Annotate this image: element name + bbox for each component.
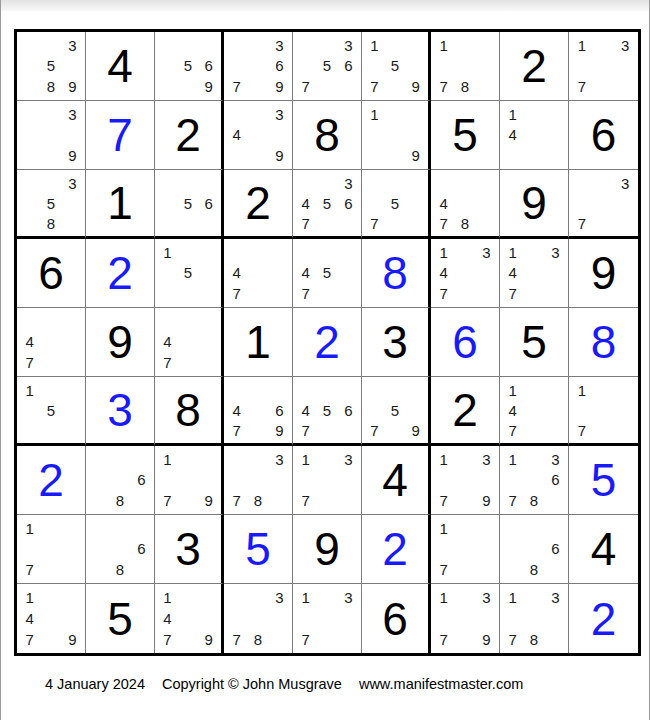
candidate-4 <box>433 608 454 629</box>
cell-r1c5[interactable]: 3567 <box>293 32 362 101</box>
candidate-3 <box>269 380 290 400</box>
candidate-9 <box>545 145 566 166</box>
candidate-8 <box>316 213 337 233</box>
candidate-7: 7 <box>433 76 454 97</box>
candidate-5: 5 <box>316 263 337 284</box>
footer-copyright: Copyright © John Musgrave <box>162 676 342 692</box>
candidate-1: 1 <box>502 380 523 400</box>
candidate-3 <box>198 242 219 263</box>
candidate-7: 7 <box>433 629 454 650</box>
cell-r6c3[interactable]: 8 <box>155 377 224 446</box>
cell-value-solved: 2 <box>382 526 408 572</box>
candidate-1: 1 <box>433 35 454 56</box>
candidate-1: 1 <box>502 242 523 263</box>
candidate-6 <box>476 608 497 629</box>
candidate-9 <box>338 283 359 304</box>
candidate-6 <box>405 400 426 420</box>
candidate-7 <box>19 213 40 233</box>
candidate-3: 3 <box>62 35 83 56</box>
cell-r8c9[interactable]: 4 <box>569 515 638 584</box>
cell-r8c6[interactable]: 2 <box>362 515 431 584</box>
cell-value-given: 4 <box>591 526 617 572</box>
candidate-4 <box>19 400 40 420</box>
candidate-3 <box>198 587 219 608</box>
candidate-1 <box>19 173 40 193</box>
candidate-4 <box>571 193 593 213</box>
candidate-3 <box>131 518 152 539</box>
cell-r7c2[interactable]: 68 <box>86 446 155 515</box>
candidate-9 <box>198 213 219 233</box>
cell-r1c7[interactable]: 178 <box>431 32 500 101</box>
cell-r8c3[interactable]: 3 <box>155 515 224 584</box>
candidate-7 <box>502 145 523 166</box>
cell-r1c1[interactable]: 3589 <box>17 32 86 101</box>
candidate-4: 4 <box>502 263 523 284</box>
pencil-marks: 579 <box>362 377 428 443</box>
candidate-5: 5 <box>316 400 337 420</box>
cell-value-given: 3 <box>175 526 201 572</box>
candidate-1: 1 <box>433 449 454 470</box>
pencil-marks: 1379 <box>431 446 499 514</box>
candidate-5 <box>454 263 475 284</box>
cell-value-given: 2 <box>521 43 547 89</box>
candidate-2 <box>316 449 337 470</box>
cell-r1c9[interactable]: 137 <box>569 32 638 101</box>
cell-r5c8[interactable]: 5 <box>500 308 569 377</box>
candidate-2 <box>593 35 615 56</box>
candidate-3 <box>476 35 497 56</box>
cell-r9c6[interactable]: 6 <box>362 584 431 653</box>
cell-r5c9[interactable]: 8 <box>569 308 638 377</box>
candidate-7: 7 <box>502 283 523 304</box>
cell-r7c5[interactable]: 137 <box>293 446 362 515</box>
candidate-6 <box>614 56 636 77</box>
candidate-9 <box>614 76 636 97</box>
candidate-3: 3 <box>476 587 497 608</box>
cell-r1c6[interactable]: 1579 <box>362 32 431 101</box>
cell-r3c8[interactable]: 9 <box>500 170 569 239</box>
candidate-6 <box>269 608 290 629</box>
cell-r6c6[interactable]: 579 <box>362 377 431 446</box>
cell-r8c7[interactable]: 17 <box>431 515 500 584</box>
candidate-2 <box>109 518 130 539</box>
cell-value-given: 4 <box>107 43 133 89</box>
candidate-5 <box>178 470 199 491</box>
cell-value-solved: 7 <box>107 112 133 158</box>
cell-r2c9[interactable]: 6 <box>569 101 638 170</box>
candidate-8: 8 <box>454 76 475 97</box>
cell-r4c3[interactable]: 15 <box>155 239 224 308</box>
cell-r1c8[interactable]: 2 <box>500 32 569 101</box>
candidate-5 <box>523 400 544 420</box>
candidate-8 <box>385 145 406 166</box>
candidate-5 <box>109 539 130 560</box>
candidate-4 <box>502 470 523 491</box>
cell-r9c1[interactable]: 1479 <box>17 584 86 653</box>
cell-r6c1[interactable]: 15 <box>17 377 86 446</box>
cell-r3c6[interactable]: 57 <box>362 170 431 239</box>
candidate-1 <box>226 449 247 470</box>
cell-r6c2[interactable]: 3 <box>86 377 155 446</box>
pencil-marks: 15 <box>155 239 221 307</box>
candidate-3: 3 <box>545 449 566 470</box>
cell-r1c4[interactable]: 3679 <box>224 32 293 101</box>
candidate-4: 4 <box>295 263 316 284</box>
cell-r5c6[interactable]: 3 <box>362 308 431 377</box>
candidate-8 <box>178 352 199 373</box>
candidate-3 <box>198 173 219 193</box>
candidate-3 <box>62 587 83 608</box>
cell-r6c5[interactable]: 4567 <box>293 377 362 446</box>
pencil-marks: 19 <box>362 101 428 169</box>
cell-r4c9[interactable]: 9 <box>569 239 638 308</box>
cell-r3c7[interactable]: 478 <box>431 170 500 239</box>
candidate-6 <box>269 125 290 146</box>
candidate-3 <box>198 311 219 332</box>
cell-r7c1[interactable]: 2 <box>17 446 86 515</box>
candidate-2 <box>593 173 615 193</box>
candidate-4: 4 <box>19 332 40 353</box>
cell-r4c5[interactable]: 457 <box>293 239 362 308</box>
cell-r7c9[interactable]: 5 <box>569 446 638 515</box>
cell-value-given: 6 <box>382 596 408 642</box>
candidate-1: 1 <box>571 380 593 400</box>
candidate-6 <box>545 125 566 146</box>
cell-r5c1[interactable]: 47 <box>17 308 86 377</box>
candidate-6 <box>269 263 290 284</box>
cell-r3c1[interactable]: 358 <box>17 170 86 239</box>
cell-r8c2[interactable]: 68 <box>86 515 155 584</box>
cell-r8c4[interactable]: 5 <box>224 515 293 584</box>
candidate-3: 3 <box>476 242 497 263</box>
candidate-3 <box>545 104 566 125</box>
candidate-9 <box>545 283 566 304</box>
pencil-marks: 3589 <box>17 32 85 100</box>
candidate-9 <box>614 420 636 440</box>
candidate-9 <box>62 213 83 233</box>
candidate-8 <box>316 420 337 440</box>
cell-r7c3[interactable]: 179 <box>155 446 224 515</box>
candidate-9: 9 <box>405 145 426 166</box>
window-top-edge <box>1 0 649 11</box>
cell-r2c7[interactable]: 5 <box>431 101 500 170</box>
cell-r9c3[interactable]: 1479 <box>155 584 224 653</box>
candidate-9 <box>476 283 497 304</box>
candidate-5 <box>454 193 475 213</box>
cell-r2c3[interactable]: 2 <box>155 101 224 170</box>
cell-r5c7[interactable]: 6 <box>431 308 500 377</box>
candidate-4 <box>19 125 40 146</box>
candidate-5: 5 <box>385 193 406 213</box>
candidate-4 <box>295 470 316 491</box>
cell-r9c9[interactable]: 2 <box>569 584 638 653</box>
candidate-4 <box>433 539 454 560</box>
candidate-1 <box>295 35 316 56</box>
candidate-9: 9 <box>405 420 426 440</box>
candidate-6 <box>338 263 359 284</box>
candidate-8: 8 <box>109 559 130 580</box>
pencil-marks: 478 <box>431 170 499 236</box>
candidate-9 <box>198 283 219 304</box>
pencil-marks: 457 <box>293 239 361 307</box>
cell-r3c4[interactable]: 2 <box>224 170 293 239</box>
candidate-4 <box>364 193 385 213</box>
candidate-7: 7 <box>433 490 454 511</box>
candidate-1 <box>295 242 316 263</box>
candidate-1 <box>88 518 109 539</box>
candidate-3: 3 <box>269 104 290 125</box>
candidate-5: 5 <box>385 400 406 420</box>
candidate-2 <box>40 380 61 400</box>
candidate-1 <box>19 104 40 125</box>
candidate-9 <box>614 213 636 233</box>
candidate-1: 1 <box>364 104 385 125</box>
cell-r2c6[interactable]: 19 <box>362 101 431 170</box>
cell-r4c8[interactable]: 1347 <box>500 239 569 308</box>
candidate-4: 4 <box>433 263 454 284</box>
candidate-6: 6 <box>198 193 219 213</box>
pencil-marks: 14 <box>500 101 568 169</box>
cell-r3c5[interactable]: 34567 <box>293 170 362 239</box>
candidate-5 <box>523 470 544 491</box>
cell-r9c2[interactable]: 5 <box>86 584 155 653</box>
candidate-1: 1 <box>295 449 316 470</box>
pencil-marks: 569 <box>155 32 221 100</box>
cell-r3c2[interactable]: 1 <box>86 170 155 239</box>
candidate-9 <box>476 76 497 97</box>
candidate-4 <box>571 56 593 77</box>
candidate-6: 6 <box>198 56 219 77</box>
candidate-3: 3 <box>338 35 359 56</box>
candidate-9 <box>476 559 497 580</box>
candidate-7 <box>157 76 178 97</box>
cell-r2c8[interactable]: 14 <box>500 101 569 170</box>
candidate-2 <box>247 449 268 470</box>
cell-r4c7[interactable]: 1347 <box>431 239 500 308</box>
pencil-marks: 17 <box>569 377 638 443</box>
candidate-2 <box>316 242 337 263</box>
candidate-8 <box>40 420 61 440</box>
cell-value-solved: 5 <box>591 457 617 503</box>
cell-r5c3[interactable]: 47 <box>155 308 224 377</box>
cell-r7c4[interactable]: 378 <box>224 446 293 515</box>
candidate-2 <box>523 449 544 470</box>
candidate-5 <box>247 263 268 284</box>
pencil-marks: 349 <box>224 101 292 169</box>
cell-r9c5[interactable]: 137 <box>293 584 362 653</box>
cell-r7c7[interactable]: 1379 <box>431 446 500 515</box>
candidate-9 <box>269 629 290 650</box>
candidate-3 <box>338 242 359 263</box>
cell-r7c8[interactable]: 13678 <box>500 446 569 515</box>
candidate-4: 4 <box>295 193 316 213</box>
pencil-marks: 1479 <box>155 584 221 653</box>
candidate-5 <box>523 608 544 629</box>
cell-r1c2[interactable]: 4 <box>86 32 155 101</box>
cell-r4c2[interactable]: 2 <box>86 239 155 308</box>
candidate-6 <box>405 193 426 213</box>
candidate-9: 9 <box>198 76 219 97</box>
candidate-3 <box>62 518 83 539</box>
cell-r4c1[interactable]: 6 <box>17 239 86 308</box>
candidate-7: 7 <box>502 490 523 511</box>
candidate-2 <box>178 449 199 470</box>
cell-r7c6[interactable]: 4 <box>362 446 431 515</box>
candidate-8 <box>593 213 615 233</box>
candidate-5 <box>454 56 475 77</box>
candidate-2 <box>523 104 544 125</box>
candidate-6 <box>476 539 497 560</box>
candidate-8: 8 <box>523 629 544 650</box>
pencil-marks: 178 <box>431 32 499 100</box>
candidate-9 <box>476 213 497 233</box>
candidate-4: 4 <box>19 608 40 629</box>
candidate-5 <box>178 608 199 629</box>
cell-r1c3[interactable]: 569 <box>155 32 224 101</box>
candidate-7: 7 <box>226 420 247 440</box>
candidate-4 <box>364 56 385 77</box>
candidate-7 <box>19 145 40 166</box>
candidate-7 <box>88 490 109 511</box>
pencil-marks: 47 <box>17 308 85 376</box>
cell-r5c4[interactable]: 1 <box>224 308 293 377</box>
cell-r4c4[interactable]: 47 <box>224 239 293 308</box>
candidate-1 <box>433 173 454 193</box>
candidate-8 <box>454 629 475 650</box>
pencil-marks: 1479 <box>17 584 85 653</box>
pencil-marks: 39 <box>17 101 85 169</box>
candidate-2 <box>247 587 268 608</box>
cell-value-solved: 2 <box>107 250 133 296</box>
candidate-2 <box>454 35 475 56</box>
candidate-6 <box>545 263 566 284</box>
candidate-6 <box>545 608 566 629</box>
pencil-marks: 4567 <box>293 377 361 443</box>
candidate-7: 7 <box>157 629 178 650</box>
candidate-3 <box>198 449 219 470</box>
candidate-7: 7 <box>502 420 523 440</box>
cell-r3c3[interactable]: 56 <box>155 170 224 239</box>
pencil-marks: 17 <box>17 515 85 583</box>
cell-r9c7[interactable]: 1379 <box>431 584 500 653</box>
candidate-7: 7 <box>226 76 247 97</box>
candidate-7: 7 <box>295 76 316 97</box>
candidate-9: 9 <box>405 76 426 97</box>
candidate-8: 8 <box>523 559 544 580</box>
pencil-marks: 68 <box>86 446 154 514</box>
cell-r5c2[interactable]: 9 <box>86 308 155 377</box>
candidate-9: 9 <box>476 629 497 650</box>
candidate-4: 4 <box>157 608 178 629</box>
candidate-3 <box>545 518 566 539</box>
cell-value-solved: 5 <box>245 526 271 572</box>
candidate-5 <box>247 125 268 146</box>
candidate-1 <box>226 242 247 263</box>
pencil-marks: 1347 <box>500 239 568 307</box>
cell-r6c8[interactable]: 147 <box>500 377 569 446</box>
candidate-3 <box>476 173 497 193</box>
cell-r2c1[interactable]: 39 <box>17 101 86 170</box>
candidate-5: 5 <box>316 193 337 213</box>
candidate-7: 7 <box>433 559 454 580</box>
candidate-3 <box>62 311 83 332</box>
candidate-1: 1 <box>502 104 523 125</box>
candidate-8: 8 <box>523 490 544 511</box>
cell-r2c4[interactable]: 349 <box>224 101 293 170</box>
candidate-4 <box>433 470 454 491</box>
candidate-2 <box>316 173 337 193</box>
pencil-marks: 378 <box>224 584 292 653</box>
candidate-3 <box>338 380 359 400</box>
candidate-8 <box>593 76 615 97</box>
candidate-5: 5 <box>178 193 199 213</box>
cell-r9c4[interactable]: 378 <box>224 584 293 653</box>
candidate-8 <box>523 420 544 440</box>
candidate-4 <box>157 470 178 491</box>
candidate-7: 7 <box>295 420 316 440</box>
candidate-3: 3 <box>269 449 290 470</box>
candidate-2 <box>247 242 268 263</box>
candidate-9 <box>62 352 83 373</box>
cell-value-given: 1 <box>245 319 271 365</box>
cell-value-given: 9 <box>521 180 547 226</box>
cell-r6c4[interactable]: 4679 <box>224 377 293 446</box>
cell-r6c9[interactable]: 17 <box>569 377 638 446</box>
candidate-6 <box>198 332 219 353</box>
candidate-9: 9 <box>62 76 83 97</box>
cell-r2c5[interactable]: 8 <box>293 101 362 170</box>
candidate-4 <box>226 608 247 629</box>
candidate-3 <box>269 242 290 263</box>
candidate-1 <box>226 35 247 56</box>
candidate-8 <box>178 283 199 304</box>
candidate-3: 3 <box>476 449 497 470</box>
candidate-3: 3 <box>338 449 359 470</box>
cell-r8c1[interactable]: 17 <box>17 515 86 584</box>
candidate-9 <box>545 629 566 650</box>
candidate-2 <box>523 518 544 539</box>
cell-r8c8[interactable]: 68 <box>500 515 569 584</box>
candidate-8 <box>316 490 337 511</box>
cell-r4c6[interactable]: 8 <box>362 239 431 308</box>
candidate-6 <box>198 263 219 284</box>
candidate-4 <box>19 56 40 77</box>
candidate-7: 7 <box>571 76 593 97</box>
candidate-8 <box>178 490 199 511</box>
candidate-7 <box>157 213 178 233</box>
pencil-marks: 378 <box>224 446 292 514</box>
candidate-4: 4 <box>502 400 523 420</box>
cell-value-given: 2 <box>175 112 201 158</box>
candidate-3 <box>405 380 426 400</box>
candidate-1 <box>226 380 247 400</box>
candidate-8 <box>454 283 475 304</box>
candidate-6 <box>62 125 83 146</box>
candidate-5 <box>454 539 475 560</box>
cell-r9c8[interactable]: 1378 <box>500 584 569 653</box>
cell-r8c5[interactable]: 9 <box>293 515 362 584</box>
candidate-7: 7 <box>226 629 247 650</box>
candidate-8 <box>178 76 199 97</box>
cell-r3c9[interactable]: 37 <box>569 170 638 239</box>
cell-r6c7[interactable]: 2 <box>431 377 500 446</box>
candidate-3: 3 <box>614 173 636 193</box>
candidate-8 <box>247 76 268 97</box>
cell-r5c5[interactable]: 2 <box>293 308 362 377</box>
candidate-7: 7 <box>226 283 247 304</box>
cell-r2c2[interactable]: 7 <box>86 101 155 170</box>
candidate-2 <box>454 173 475 193</box>
